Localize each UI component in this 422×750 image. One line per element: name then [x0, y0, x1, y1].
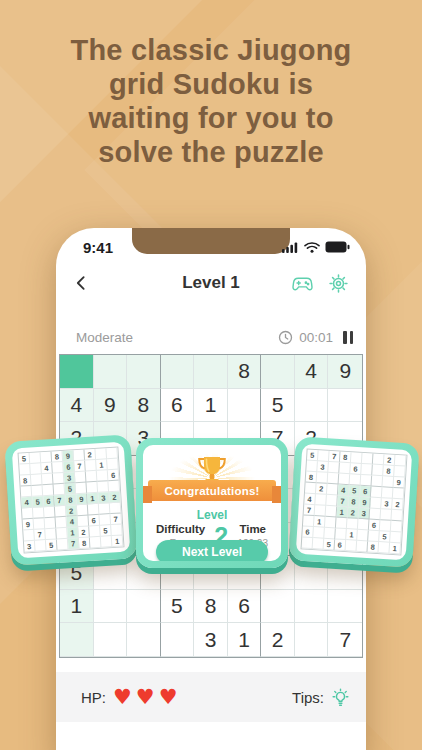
grid-cell[interactable]: 3: [194, 623, 228, 657]
mini-grid-cell: 8: [306, 472, 318, 484]
grid-cell[interactable]: [161, 623, 195, 657]
mini-grid-cell: [111, 524, 123, 536]
mini-grid-cell: [22, 508, 34, 520]
mini-grid-cell: [361, 464, 373, 476]
next-level-button[interactable]: Next Level: [156, 540, 268, 561]
tips-label: Tips:: [292, 689, 324, 706]
mini-grid-cell: [382, 487, 394, 499]
mini-grid-cell: 3: [64, 472, 76, 484]
mini-grid-cell: [90, 537, 102, 549]
grid-cell[interactable]: [295, 389, 329, 423]
mini-grid-cell: 8: [79, 537, 91, 549]
grid-cell[interactable]: [94, 590, 128, 624]
grid-cell[interactable]: 4: [60, 389, 94, 423]
battery-icon: [325, 241, 350, 253]
mini-grid-cell: [391, 521, 403, 533]
mini-grid-cell: [313, 538, 325, 550]
mini-grid-cell: [99, 514, 111, 526]
mini-grid-cell: [97, 481, 109, 493]
mini-grid-cell: [305, 483, 317, 495]
grid-cell[interactable]: [261, 590, 295, 624]
status-bar: 9:41: [56, 236, 366, 258]
grid-cell[interactable]: [261, 355, 295, 389]
mini-grid-cell: 9: [359, 497, 371, 509]
mini-grid-cell: 6: [302, 526, 314, 538]
mini-grid-cell: [369, 508, 381, 520]
mini-grid-cell: [324, 528, 336, 540]
grid-cell[interactable]: 6: [228, 590, 262, 624]
grid-cell[interactable]: [328, 389, 362, 423]
mini-grid-cell: [335, 528, 347, 540]
mini-grid-cell: [56, 528, 68, 540]
mini-grid-cell: 5: [32, 496, 44, 508]
grid-cell[interactable]: [295, 623, 329, 657]
mini-grid-cell: [380, 520, 392, 532]
mini-grid-cell: 3: [381, 498, 393, 510]
mini-grid-cell: 5: [307, 450, 319, 462]
time-title: Time: [237, 523, 268, 535]
mini-grid-cell: 5: [324, 539, 336, 551]
mini-grid-cell: 8: [348, 496, 360, 508]
mini-grid-cell: 7: [74, 461, 86, 473]
grid-cell[interactable]: [127, 623, 161, 657]
mini-grid-cell: 2: [84, 449, 96, 461]
mini-grid-cell: 1: [87, 493, 99, 505]
mini-grid-cell: 2: [348, 507, 360, 519]
mini-grid-cell: 2: [109, 491, 121, 503]
grid-cell[interactable]: [328, 590, 362, 624]
mini-grid-cell: [302, 537, 314, 549]
mini-grid-cell: [326, 506, 338, 518]
mini-grid-cell: 4: [304, 493, 316, 505]
mini-grid-cell: 8: [340, 452, 352, 464]
grid-cell[interactable]: [295, 590, 329, 624]
grid-cell[interactable]: [94, 556, 128, 590]
mini-grid-cell: 1: [346, 529, 358, 541]
mini-grid-cell: [303, 515, 315, 527]
mini-grid-cell: [86, 471, 98, 483]
mini-grid-cell: [85, 460, 97, 472]
mini-grid-cell: [313, 527, 325, 539]
mini-grid-cell: [35, 540, 47, 552]
grid-cell[interactable]: 5: [261, 389, 295, 423]
mini-grid-cell: 5: [379, 531, 391, 543]
grid-cell[interactable]: 7: [328, 623, 362, 657]
mini-grid-cell: [23, 530, 35, 542]
mini-grid-cell: [73, 450, 85, 462]
mini-grid-cell: [393, 488, 405, 500]
mini-grid-cell: 2: [384, 454, 396, 466]
grid-cell[interactable]: 1: [60, 590, 94, 624]
app-header: Level 1: [56, 268, 366, 298]
hint-bulb-icon[interactable]: [330, 687, 351, 708]
mini-grid-cell: [371, 476, 383, 488]
mini-grid-cell: [32, 485, 44, 497]
mini-grid-cell: 3: [317, 461, 329, 473]
bottom-bar: HP: ♥♥♥ Tips:: [56, 672, 366, 722]
mini-grid-cell: [106, 448, 118, 460]
grid-cell[interactable]: [60, 355, 94, 389]
grid-cell[interactable]: 9: [328, 355, 362, 389]
mini-grid-cell: 3: [24, 541, 36, 553]
mini-grid-cell: 2: [66, 505, 78, 517]
mini-grid-cell: [339, 463, 351, 475]
hp-label: HP:: [81, 689, 106, 706]
grid-cell[interactable]: [127, 590, 161, 624]
mini-grid-cell: [318, 450, 330, 462]
mini-grid-cell: [382, 476, 394, 488]
difficulty-label: Moderate: [76, 330, 133, 345]
mini-grid-cell: [351, 452, 363, 464]
mini-grid-cell: 1: [112, 535, 124, 547]
mini-grid-cell: 3: [98, 492, 110, 504]
mini-grid-cell: 3: [358, 508, 370, 520]
mini-grid-cell: 9: [62, 450, 74, 462]
mini-grid-cell: [41, 452, 53, 464]
level-label: Level: [197, 508, 228, 522]
headline-line: The classic Jiugong: [0, 33, 422, 67]
mini-grid-cell: 2: [316, 483, 328, 495]
mini-grid-cell: [326, 495, 338, 507]
mini-grid-cell: [33, 507, 45, 519]
settings-gear-icon[interactable]: [327, 272, 350, 295]
mini-grid-cell: [34, 518, 46, 530]
mini-grid-cell: [370, 498, 382, 510]
mini-grid-cell: [42, 474, 54, 486]
promo-card-left-inner: 58924671836545678913229467712535781: [12, 442, 131, 559]
headline-line: grid Sudoku is: [0, 67, 422, 101]
promo-card-left: 58924671836545678913229467712535781: [4, 434, 137, 565]
mini-grid-cell: [345, 540, 357, 552]
mini-grid-cell: [110, 502, 122, 514]
mini-grid-cell: 9: [23, 519, 35, 531]
promo-card-right: 57823688924564789327123166155681: [288, 436, 419, 567]
mini-grid-cell: 1: [96, 459, 108, 471]
difficulty-title: Difficulty: [156, 523, 205, 535]
mini-grid-cell: 5: [65, 483, 77, 495]
mini-grid-cell: [57, 539, 69, 551]
mini-sudoku-right: 57823688924564789327123166155681: [301, 449, 408, 556]
mini-grid-cell: [362, 453, 374, 465]
heart-icon: ♥: [113, 687, 132, 708]
mini-grid-cell: [358, 519, 370, 531]
grid-cell[interactable]: [127, 355, 161, 389]
mini-grid-cell: [21, 486, 33, 498]
mini-grid-cell: 4: [21, 497, 33, 509]
congratulations-ribbon: Congratulations!: [148, 480, 276, 501]
mini-grid-cell: 8: [367, 541, 379, 553]
mini-grid-cell: 5: [100, 525, 112, 537]
wifi-icon: [304, 242, 320, 253]
mini-grid-cell: [360, 475, 372, 487]
mini-grid-cell: 9: [393, 477, 405, 489]
grid-cell[interactable]: [94, 623, 128, 657]
mini-grid-cell: [325, 517, 337, 529]
mini-grid-cell: [44, 506, 56, 518]
back-button[interactable]: [68, 269, 96, 297]
grid-cell[interactable]: 8: [228, 355, 262, 389]
mini-grid-cell: [75, 472, 87, 484]
mini-grid-cell: 7: [337, 496, 349, 508]
status-time: 9:41: [83, 239, 113, 256]
grid-cell[interactable]: 2: [261, 623, 295, 657]
mini-grid-cell: [373, 454, 385, 466]
mini-grid-cell: 6: [63, 461, 75, 473]
mini-grid-cell: 8: [20, 475, 32, 487]
mini-grid-cell: [55, 506, 67, 518]
mini-grid-cell: 8: [52, 451, 64, 463]
mini-grid-cell: 6: [88, 515, 100, 527]
mini-grid-cell: [395, 455, 407, 467]
mini-grid-cell: 1: [389, 543, 401, 555]
mini-grid-cell: [107, 459, 119, 471]
mini-grid-cell: [89, 526, 101, 538]
mini-grid-cell: 6: [360, 486, 372, 498]
mini-grid-cell: [56, 517, 68, 529]
mini-grid-cell: 9: [76, 494, 88, 506]
mini-grid-cell: 4: [67, 516, 79, 528]
headline-line: waiting for you to: [0, 101, 422, 135]
mini-sudoku-left: 58924671836545678913229467712535781: [18, 447, 125, 554]
mini-grid-cell: [77, 515, 89, 527]
mini-grid-cell: [75, 483, 87, 495]
signal-icon: [282, 242, 299, 253]
mini-grid-cell: [30, 452, 42, 464]
mini-grid-cell: [88, 504, 100, 516]
congratulations-dialog: Congratulations! Level Difficulty Easy 2…: [136, 438, 288, 568]
mini-grid-cell: [347, 518, 359, 530]
mini-grid-cell: [394, 466, 406, 478]
congratulations-inner: Congratulations! Level Difficulty Easy 2…: [143, 445, 281, 561]
mini-grid-cell: [86, 482, 98, 494]
mini-grid-cell: 7: [68, 538, 80, 550]
grid-cell[interactable]: 8: [127, 389, 161, 423]
mini-grid-cell: [328, 473, 340, 485]
mini-grid-cell: [31, 474, 43, 486]
mini-grid-cell: 4: [41, 463, 53, 475]
mini-grid-cell: [391, 510, 403, 522]
mini-grid-cell: [350, 474, 362, 486]
mini-grid-cell: [317, 472, 329, 484]
mini-grid-cell: [54, 484, 66, 496]
mini-grid-cell: [101, 536, 113, 548]
mini-grid-cell: [52, 462, 64, 474]
mini-grid-cell: 5: [19, 453, 31, 465]
mini-grid-cell: 7: [110, 513, 122, 525]
pause-button[interactable]: [343, 331, 353, 344]
grid-cell[interactable]: [60, 623, 94, 657]
mini-grid-cell: 1: [67, 527, 79, 539]
mini-grid-cell: [372, 465, 384, 477]
hearts: ♥♥♥: [113, 687, 177, 708]
mini-grid-cell: 6: [335, 539, 347, 551]
promo-headline: The classic Jiugong grid Sudoku is waiti…: [0, 33, 422, 169]
mini-grid-cell: [19, 464, 31, 476]
mini-grid-cell: [315, 494, 327, 506]
mini-grid-cell: [371, 487, 383, 499]
mini-grid-cell: 8: [65, 494, 77, 506]
mini-grid-cell: [45, 517, 57, 529]
mini-grid-cell: [327, 484, 339, 496]
mini-grid-cell: [356, 541, 368, 553]
clock-icon: [278, 330, 293, 345]
mini-grid-cell: [357, 530, 369, 542]
mini-grid-cell: 7: [304, 504, 316, 516]
grid-cell[interactable]: 5: [161, 590, 195, 624]
mini-grid-cell: 6: [43, 496, 55, 508]
mini-grid-cell: [53, 473, 65, 485]
mini-grid-cell: 4: [338, 485, 350, 497]
mini-grid-cell: 6: [108, 470, 120, 482]
grid-cell[interactable]: 8: [194, 590, 228, 624]
heart-icon: ♥: [159, 687, 178, 708]
timer-value: 00:01: [299, 330, 333, 345]
mini-grid-cell: [108, 481, 120, 493]
mini-grid-cell: 7: [54, 495, 66, 507]
mini-grid-cell: 1: [314, 516, 326, 528]
grid-cell[interactable]: [194, 355, 228, 389]
mini-grid-cell: 7: [34, 529, 46, 541]
mini-grid-cell: [77, 504, 89, 516]
grid-cell[interactable]: 1: [228, 623, 262, 657]
grid-cell[interactable]: 9: [94, 389, 128, 423]
mini-grid-cell: [336, 517, 348, 529]
promo-card-right-inner: 57823688924564789327123166155681: [296, 444, 413, 561]
grid-cell[interactable]: 4: [295, 355, 329, 389]
mini-grid-cell: [368, 530, 380, 542]
mini-grid-cell: [380, 509, 392, 521]
mini-grid-cell: 2: [392, 499, 404, 511]
grid-cell[interactable]: 6: [161, 389, 195, 423]
mini-grid-cell: [315, 505, 327, 517]
mini-grid-cell: [45, 528, 57, 540]
mini-grid-cell: 5: [46, 539, 58, 551]
heart-icon: ♥: [136, 687, 155, 708]
mini-grid-cell: 6: [369, 519, 381, 531]
mini-grid-cell: [30, 463, 42, 475]
mini-grid-cell: [43, 485, 55, 497]
mini-grid-cell: [99, 503, 111, 515]
mini-grid-cell: 5: [349, 485, 361, 497]
mini-grid-cell: [339, 474, 351, 486]
mini-grid-cell: 8: [383, 465, 395, 477]
game-info-row: Moderate 00:01: [56, 327, 366, 347]
grid-cell[interactable]: [228, 389, 262, 423]
mini-grid-cell: 6: [350, 463, 362, 475]
grid-cell[interactable]: [161, 355, 195, 389]
mini-grid-cell: 1: [337, 506, 349, 518]
grid-cell[interactable]: [94, 355, 128, 389]
mini-grid-cell: [390, 532, 402, 544]
mini-grid-cell: 7: [329, 451, 341, 463]
promo-screenshot: The classic Jiugong grid Sudoku is waiti…: [0, 0, 422, 750]
mini-grid-cell: [97, 470, 109, 482]
grid-cell[interactable]: 1: [194, 389, 228, 423]
mini-grid-cell: [306, 461, 318, 473]
mini-grid-cell: 2: [78, 526, 90, 538]
gamepad-icon[interactable]: [291, 272, 314, 295]
headline-line: solve the puzzle: [0, 135, 422, 169]
mini-grid-cell: [328, 462, 340, 474]
mini-grid-cell: [378, 542, 390, 554]
mini-grid-cell: [95, 448, 107, 460]
